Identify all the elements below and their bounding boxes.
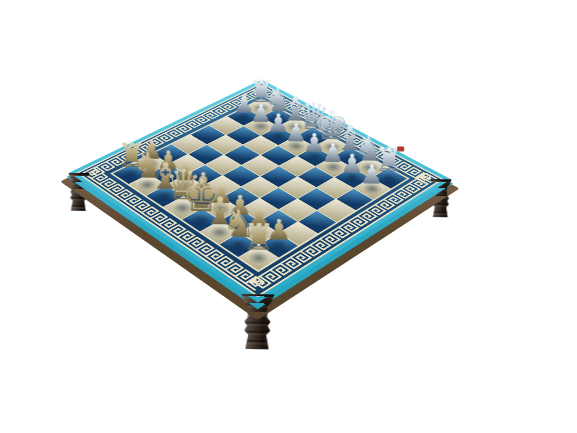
board-top-surface: ♜♞♝♛♚♝♞♜♟♟♟♟♟♟♟♟♟♟♟♟♟♟♟♟♜♞♝♛♚♝♞♜ [69, 80, 451, 303]
red-tag-icon [398, 146, 405, 151]
piece-white-rook-h1[interactable]: ♜ [234, 218, 283, 258]
product-photo-canvas: ♜♞♝♛♚♝♞♜♟♟♟♟♟♟♟♟♟♟♟♟♟♟♟♟♜♞♝♛♚♝♞♜ [0, 0, 577, 433]
square-e5[interactable] [261, 166, 297, 186]
meander-border: ♜♞♝♛♚♝♞♜♟♟♟♟♟♟♟♟♟♟♟♟♟♟♟♟♜♞♝♛♚♝♞♜ [76, 83, 444, 298]
chess-board: ♜♞♝♛♚♝♞♜♟♟♟♟♟♟♟♟♟♟♟♟♟♟♟♟♜♞♝♛♚♝♞♜ [69, 80, 451, 303]
piece-black-pawn-h7[interactable]: ♟ [350, 160, 395, 189]
